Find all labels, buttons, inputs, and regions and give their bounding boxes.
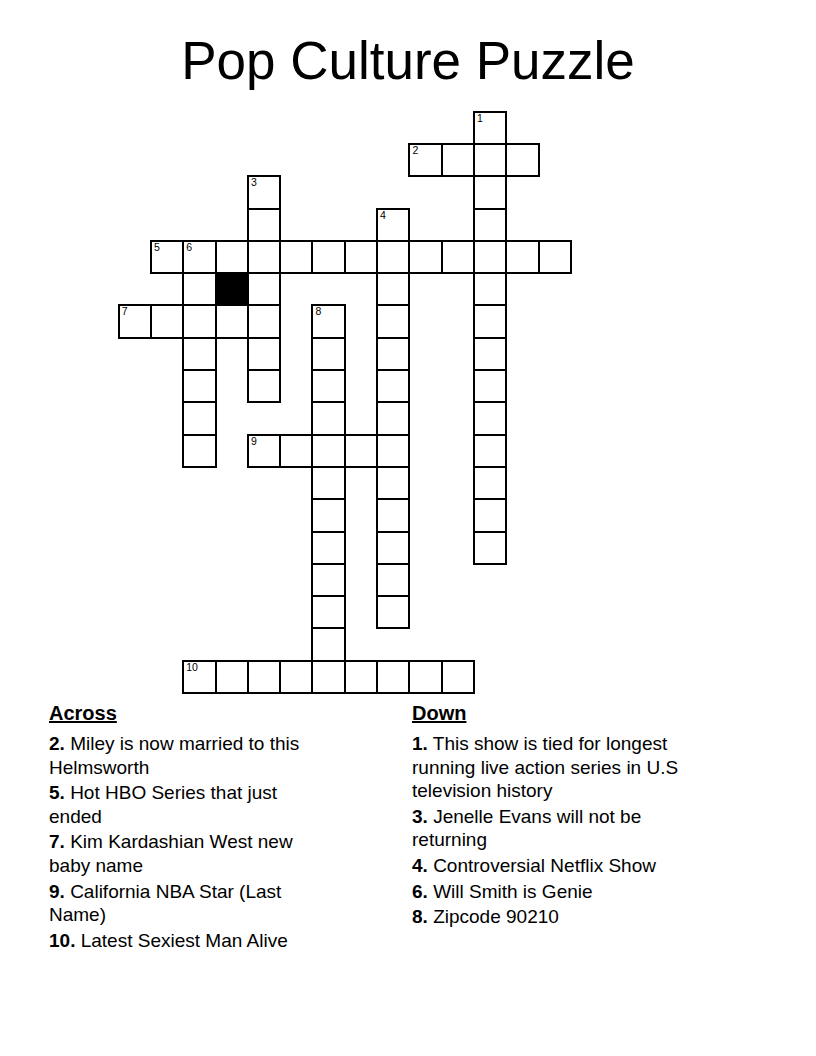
grid-cell-r17c7[interactable] [344, 660, 378, 694]
across-clue-10: 10. Latest Sexiest Man Alive [49, 929, 401, 952]
grid-cell-r10c7[interactable] [344, 434, 378, 468]
grid-cell-r1c9[interactable]: 2 [408, 143, 442, 177]
down-heading: Down [412, 702, 804, 725]
grid-cell-r6c1[interactable] [150, 304, 184, 338]
grid-cell-r0c11[interactable]: 1 [473, 111, 507, 145]
grid-cell-r8c6[interactable] [311, 369, 345, 403]
grid-cell-r8c2[interactable] [182, 369, 216, 403]
grid-cell-r6c0[interactable]: 7 [118, 304, 152, 338]
grid-cell-r5c4[interactable] [247, 272, 281, 306]
grid-cell-r7c6[interactable] [311, 337, 345, 371]
clue-number-4: 4 [380, 210, 386, 221]
clue-number-1: 1 [477, 113, 483, 124]
grid-cell-r11c6[interactable] [311, 466, 345, 500]
grid-cell-r4c7[interactable] [344, 240, 378, 274]
grid-cell-r4c11[interactable] [473, 240, 507, 274]
down-clue-8: 8. Zipcode 90210 [412, 905, 804, 928]
clue-number-label: 1. [412, 733, 428, 754]
grid-cell-r3c8[interactable]: 4 [376, 208, 410, 242]
grid-cell-r17c9[interactable] [408, 660, 442, 694]
grid-cell-r8c11[interactable] [473, 369, 507, 403]
across-heading: Across [49, 702, 401, 725]
grid-cell-r15c8[interactable] [376, 595, 410, 629]
grid-cell-r7c11[interactable] [473, 337, 507, 371]
clue-number-2: 2 [412, 145, 418, 156]
grid-cell-r6c11[interactable] [473, 304, 507, 338]
grid-cell-r17c6[interactable] [311, 660, 345, 694]
page-title: Pop Culture Puzzle [0, 34, 816, 87]
blocked-cell [215, 272, 249, 306]
grid-cell-r12c11[interactable] [473, 498, 507, 532]
grid-cell-r17c5[interactable] [279, 660, 313, 694]
down-clue-4: 4. Controversial Netflix Show [412, 854, 804, 877]
grid-cell-r4c3[interactable] [215, 240, 249, 274]
clue-number-label: 6. [412, 881, 428, 902]
down-clue-3: 3. Jenelle Evans will not bereturning [412, 805, 804, 852]
clue-number-6: 6 [186, 242, 192, 253]
down-clue-1: 1. This show is tied for longestrunning … [412, 732, 804, 802]
grid-cell-r12c8[interactable] [376, 498, 410, 532]
clue-number-label: 8. [412, 906, 428, 927]
grid-cell-r5c2[interactable] [182, 272, 216, 306]
grid-cell-r4c9[interactable] [408, 240, 442, 274]
down-clue-6: 6. Will Smith is Genie [412, 880, 804, 903]
down-clues-column: Down 1. This show is tied for longestrun… [412, 702, 804, 931]
across-clues-column: Across 2. Miley is now married to thisHe… [49, 702, 401, 954]
grid-cell-r4c10[interactable] [441, 240, 475, 274]
down-clue-list: 1. This show is tied for longestrunning … [412, 732, 804, 928]
grid-cell-r11c11[interactable] [473, 466, 507, 500]
grid-cell-r13c6[interactable] [311, 531, 345, 565]
grid-cell-r4c4[interactable] [247, 240, 281, 274]
grid-cell-r2c11[interactable] [473, 175, 507, 209]
grid-cell-r10c8[interactable] [376, 434, 410, 468]
grid-cell-r6c6[interactable]: 8 [311, 304, 345, 338]
grid-cell-r11c8[interactable] [376, 466, 410, 500]
crossword-grid: 12345678910 [118, 111, 572, 694]
clue-number-label: 9. [49, 881, 65, 902]
across-clue-list: 2. Miley is now married to thisHelmswort… [49, 732, 401, 952]
grid-cell-r10c2[interactable] [182, 434, 216, 468]
grid-cell-r10c6[interactable] [311, 434, 345, 468]
grid-cell-r5c11[interactable] [473, 272, 507, 306]
grid-cell-r9c6[interactable] [311, 401, 345, 435]
clue-number-label: 7. [49, 831, 65, 852]
clue-number-label: 3. [412, 806, 428, 827]
grid-cell-r10c4[interactable]: 9 [247, 434, 281, 468]
grid-cell-r4c1[interactable]: 5 [150, 240, 184, 274]
grid-cell-r1c11[interactable] [473, 143, 507, 177]
clue-number-10: 10 [186, 662, 198, 673]
across-clue-9: 9. California NBA Star (LastName) [49, 880, 401, 927]
grid-cell-r17c2[interactable]: 10 [182, 660, 216, 694]
clue-number-label: 2. [49, 733, 65, 754]
grid-cell-r6c3[interactable] [215, 304, 249, 338]
grid-cell-r15c6[interactable] [311, 595, 345, 629]
clue-number-7: 7 [122, 306, 128, 317]
grid-cell-r4c12[interactable] [505, 240, 539, 274]
grid-cell-r17c4[interactable] [247, 660, 281, 694]
grid-cell-r8c4[interactable] [247, 369, 281, 403]
grid-cell-r4c13[interactable] [538, 240, 572, 274]
grid-cell-r16c6[interactable] [311, 627, 345, 661]
grid-cell-r9c8[interactable] [376, 401, 410, 435]
grid-cell-r3c11[interactable] [473, 208, 507, 242]
clue-number-9: 9 [251, 436, 257, 447]
grid-cell-r10c11[interactable] [473, 434, 507, 468]
clue-number-5: 5 [154, 242, 160, 253]
grid-cell-r2c4[interactable]: 3 [247, 175, 281, 209]
grid-cell-r9c11[interactable] [473, 401, 507, 435]
clue-number-8: 8 [315, 306, 321, 317]
grid-cell-r12c6[interactable] [311, 498, 345, 532]
grid-cell-r10c5[interactable] [279, 434, 313, 468]
grid-cell-r13c8[interactable] [376, 531, 410, 565]
grid-cell-r14c8[interactable] [376, 563, 410, 597]
grid-cell-r4c5[interactable] [279, 240, 313, 274]
grid-cell-r5c8[interactable] [376, 272, 410, 306]
grid-cell-r13c11[interactable] [473, 531, 507, 565]
clue-number-label: 4. [412, 855, 428, 876]
grid-cell-r17c3[interactable] [215, 660, 249, 694]
grid-cell-r8c8[interactable] [376, 369, 410, 403]
across-clue-2: 2. Miley is now married to thisHelmswort… [49, 732, 401, 779]
grid-cell-r1c12[interactable] [505, 143, 539, 177]
grid-cell-r17c10[interactable] [441, 660, 475, 694]
grid-cell-r7c8[interactable] [376, 337, 410, 371]
clue-number-3: 3 [251, 177, 257, 188]
grid-cell-r6c4[interactable] [247, 304, 281, 338]
grid-cell-r17c8[interactable] [376, 660, 410, 694]
grid-cell-r4c2[interactable]: 6 [182, 240, 216, 274]
grid-cell-r1c10[interactable] [441, 143, 475, 177]
across-clue-7: 7. Kim Kardashian West newbaby name [49, 830, 401, 877]
clue-number-label: 10. [49, 930, 75, 951]
clue-number-label: 5. [49, 782, 65, 803]
page: Pop Culture Puzzle 12345678910 Across 2.… [0, 0, 816, 1056]
grid-cell-r7c2[interactable] [182, 337, 216, 371]
grid-cell-r6c2[interactable] [182, 304, 216, 338]
grid-cell-r4c6[interactable] [311, 240, 345, 274]
grid-cell-r3c4[interactable] [247, 208, 281, 242]
grid-cell-r9c2[interactable] [182, 401, 216, 435]
grid-cell-r14c6[interactable] [311, 563, 345, 597]
grid-cell-r4c8[interactable] [376, 240, 410, 274]
grid-cell-r7c4[interactable] [247, 337, 281, 371]
grid-cell-r6c8[interactable] [376, 304, 410, 338]
across-clue-5: 5. Hot HBO Series that justended [49, 781, 401, 828]
